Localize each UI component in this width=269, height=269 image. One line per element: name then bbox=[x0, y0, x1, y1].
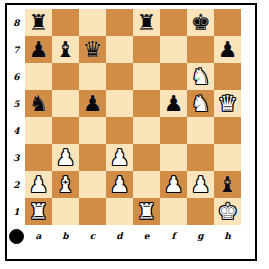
rank-label-2: 2 bbox=[8, 171, 25, 198]
square-f6[interactable] bbox=[160, 63, 187, 90]
piece-black-queen-c7: ♛ bbox=[83, 36, 103, 63]
square-h3[interactable] bbox=[214, 144, 241, 171]
square-e3[interactable] bbox=[133, 144, 160, 171]
square-c7[interactable]: ♛ bbox=[79, 36, 106, 63]
piece-white-rook-a1: ♜ bbox=[29, 198, 49, 225]
square-b1[interactable] bbox=[52, 198, 79, 225]
square-f4[interactable] bbox=[160, 117, 187, 144]
square-b3[interactable]: ♟ bbox=[52, 144, 79, 171]
square-g5[interactable]: ♞ bbox=[187, 90, 214, 117]
rank-label-8: 8 bbox=[8, 9, 25, 36]
square-h8[interactable] bbox=[214, 9, 241, 36]
square-b2[interactable]: ♝ bbox=[52, 171, 79, 198]
piece-white-queen-h5: ♛ bbox=[218, 90, 238, 117]
square-f5[interactable]: ♟ bbox=[160, 90, 187, 117]
file-label-h: h bbox=[214, 225, 241, 247]
piece-white-knight-g6: ♞ bbox=[191, 63, 211, 90]
square-e7[interactable] bbox=[133, 36, 160, 63]
square-f7[interactable] bbox=[160, 36, 187, 63]
piece-black-bishop-b7: ♝ bbox=[56, 36, 76, 63]
rank-label-4: 4 bbox=[8, 117, 25, 144]
square-a5[interactable]: ♞ bbox=[25, 90, 52, 117]
piece-black-rook-a8: ♜ bbox=[29, 9, 49, 36]
move-indicator-cell bbox=[8, 225, 25, 247]
square-h5[interactable]: ♛ bbox=[214, 90, 241, 117]
chess-board: 8♜♜♚7♟♝♛♟6♞5♞♟♟♞♛43♟♟2♟♝♟♟♟♝1♜♜♚abcdefgh bbox=[8, 9, 241, 247]
piece-black-rook-e8: ♜ bbox=[137, 9, 157, 36]
square-b5[interactable] bbox=[52, 90, 79, 117]
square-a2[interactable]: ♟ bbox=[25, 171, 52, 198]
rank-label-5: 5 bbox=[8, 90, 25, 117]
square-e2[interactable] bbox=[133, 171, 160, 198]
rank-label-7: 7 bbox=[8, 36, 25, 63]
file-label-c: c bbox=[79, 225, 106, 247]
square-h4[interactable] bbox=[214, 117, 241, 144]
square-d6[interactable] bbox=[106, 63, 133, 90]
square-h6[interactable] bbox=[214, 63, 241, 90]
piece-black-bishop-h2: ♝ bbox=[218, 171, 238, 198]
square-e5[interactable] bbox=[133, 90, 160, 117]
square-a7[interactable]: ♟ bbox=[25, 36, 52, 63]
rank-label-1: 1 bbox=[8, 198, 25, 225]
file-label-e: e bbox=[133, 225, 160, 247]
piece-white-pawn-b3: ♟ bbox=[56, 144, 76, 171]
square-c4[interactable] bbox=[79, 117, 106, 144]
square-d5[interactable] bbox=[106, 90, 133, 117]
square-d1[interactable] bbox=[106, 198, 133, 225]
square-f1[interactable] bbox=[160, 198, 187, 225]
square-c6[interactable] bbox=[79, 63, 106, 90]
square-d7[interactable] bbox=[106, 36, 133, 63]
rank-label-3: 3 bbox=[8, 144, 25, 171]
square-f3[interactable] bbox=[160, 144, 187, 171]
piece-black-king-g8: ♚ bbox=[191, 9, 211, 36]
piece-black-pawn-h7: ♟ bbox=[218, 36, 238, 63]
square-c1[interactable] bbox=[79, 198, 106, 225]
piece-white-pawn-f2: ♟ bbox=[164, 171, 184, 198]
piece-white-rook-e1: ♜ bbox=[137, 198, 157, 225]
square-g4[interactable] bbox=[187, 117, 214, 144]
square-c5[interactable]: ♟ bbox=[79, 90, 106, 117]
square-d8[interactable] bbox=[106, 9, 133, 36]
piece-white-bishop-b2: ♝ bbox=[56, 171, 76, 198]
square-c3[interactable] bbox=[79, 144, 106, 171]
square-b7[interactable]: ♝ bbox=[52, 36, 79, 63]
file-label-f: f bbox=[160, 225, 187, 247]
square-g7[interactable] bbox=[187, 36, 214, 63]
square-g3[interactable] bbox=[187, 144, 214, 171]
black-to-move-indicator bbox=[9, 229, 24, 244]
rank-label-6: 6 bbox=[8, 63, 25, 90]
square-h7[interactable]: ♟ bbox=[214, 36, 241, 63]
square-e6[interactable] bbox=[133, 63, 160, 90]
square-a3[interactable] bbox=[25, 144, 52, 171]
piece-white-knight-g5: ♞ bbox=[191, 90, 211, 117]
file-label-a: a bbox=[25, 225, 52, 247]
square-a8[interactable]: ♜ bbox=[25, 9, 52, 36]
piece-black-pawn-f5: ♟ bbox=[164, 90, 184, 117]
square-g2[interactable]: ♟ bbox=[187, 171, 214, 198]
square-f2[interactable]: ♟ bbox=[160, 171, 187, 198]
piece-black-pawn-a7: ♟ bbox=[29, 36, 49, 63]
square-c2[interactable] bbox=[79, 171, 106, 198]
piece-white-king-h1: ♚ bbox=[218, 198, 238, 225]
piece-black-pawn-c5: ♟ bbox=[83, 90, 103, 117]
square-h2[interactable]: ♝ bbox=[214, 171, 241, 198]
square-a4[interactable] bbox=[25, 117, 52, 144]
square-b4[interactable] bbox=[52, 117, 79, 144]
file-label-d: d bbox=[106, 225, 133, 247]
square-a6[interactable] bbox=[25, 63, 52, 90]
square-d3[interactable]: ♟ bbox=[106, 144, 133, 171]
square-b6[interactable] bbox=[52, 63, 79, 90]
file-label-b: b bbox=[52, 225, 79, 247]
file-label-g: g bbox=[187, 225, 214, 247]
square-c8[interactable] bbox=[79, 9, 106, 36]
square-b8[interactable] bbox=[52, 9, 79, 36]
piece-white-pawn-a2: ♟ bbox=[29, 171, 49, 198]
square-e4[interactable] bbox=[133, 117, 160, 144]
piece-white-pawn-d2: ♟ bbox=[110, 171, 130, 198]
square-g6[interactable]: ♞ bbox=[187, 63, 214, 90]
piece-white-pawn-d3: ♟ bbox=[110, 144, 130, 171]
piece-white-pawn-g2: ♟ bbox=[191, 171, 211, 198]
square-h1[interactable]: ♚ bbox=[214, 198, 241, 225]
square-a1[interactable]: ♜ bbox=[25, 198, 52, 225]
square-g8[interactable]: ♚ bbox=[187, 9, 214, 36]
square-g1[interactable] bbox=[187, 198, 214, 225]
square-d2[interactable]: ♟ bbox=[106, 171, 133, 198]
square-d4[interactable] bbox=[106, 117, 133, 144]
board-frame: 8♜♜♚7♟♝♛♟6♞5♞♟♟♞♛43♟♟2♟♝♟♟♟♝1♜♜♚abcdefgh bbox=[5, 3, 257, 261]
piece-black-knight-a5: ♞ bbox=[29, 90, 49, 117]
square-f8[interactable] bbox=[160, 9, 187, 36]
square-e1[interactable]: ♜ bbox=[133, 198, 160, 225]
square-e8[interactable]: ♜ bbox=[133, 9, 160, 36]
